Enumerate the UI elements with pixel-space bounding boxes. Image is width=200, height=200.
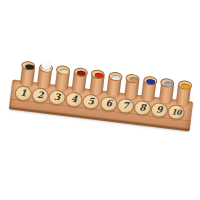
counting-board: 12345678910 [4,56,200,163]
cylinder-contents [94,72,104,78]
cylinder-contents [163,81,173,87]
cylinder-contents [146,79,156,85]
cylinder-contents [129,77,139,83]
product-photo: 12345678910 [0,0,200,200]
cylinder-contents [111,75,121,81]
cylinder-contents [76,70,86,76]
number-disc-6: 6 [99,95,117,111]
cylinder-contents [181,83,191,89]
cylinder-contents [59,68,69,74]
cylinder-contents [24,64,34,70]
